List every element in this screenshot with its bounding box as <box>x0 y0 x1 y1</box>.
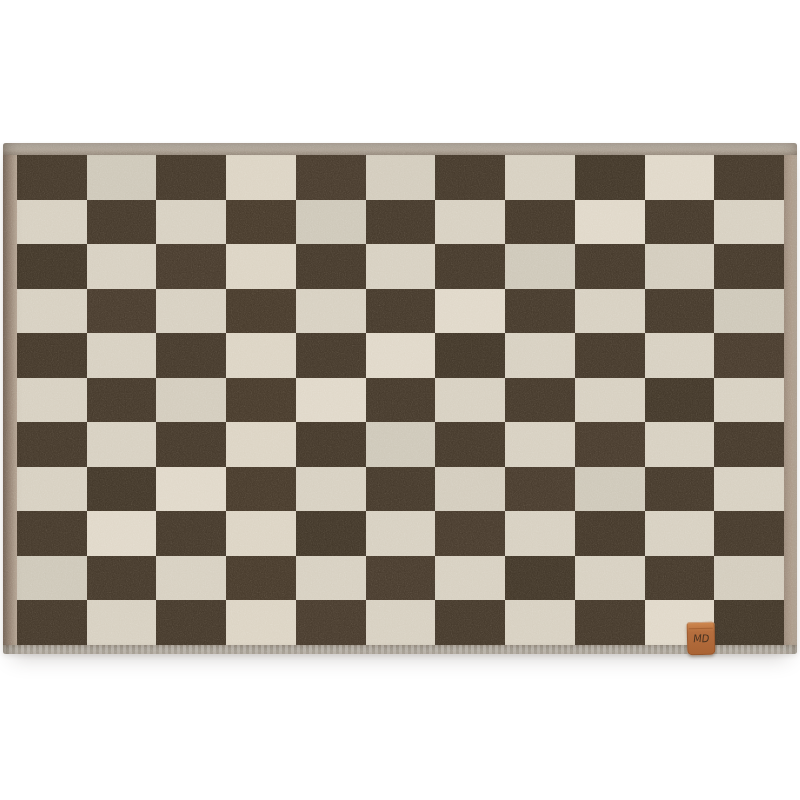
square-r9-c2 <box>87 511 157 556</box>
square-r11-c2 <box>87 600 157 645</box>
square-r2-c10 <box>645 200 715 245</box>
square-r2-c2 <box>87 200 157 245</box>
towel-body <box>3 155 797 645</box>
square-r6-c9 <box>575 378 645 423</box>
square-r10-c5 <box>296 556 366 601</box>
square-r2-c1 <box>17 200 87 245</box>
square-r3-c4 <box>226 244 296 289</box>
square-r4-c5 <box>296 289 366 334</box>
square-r5-c1 <box>17 333 87 378</box>
square-r8-c7 <box>435 467 505 512</box>
square-r10-c8 <box>505 556 575 601</box>
square-r8-c5 <box>296 467 366 512</box>
square-r11-c1 <box>17 600 87 645</box>
square-r8-c2 <box>87 467 157 512</box>
square-r1-c6 <box>366 155 436 200</box>
square-r11-c7 <box>435 600 505 645</box>
square-r1-c1 <box>17 155 87 200</box>
square-r1-c2 <box>87 155 157 200</box>
towel: MD <box>3 143 797 654</box>
square-r5-c11 <box>714 333 784 378</box>
square-r9-c6 <box>366 511 436 556</box>
square-r5-c9 <box>575 333 645 378</box>
square-r5-c4 <box>226 333 296 378</box>
square-r4-c7 <box>435 289 505 334</box>
product-photo: MD <box>0 0 800 800</box>
square-r9-c1 <box>17 511 87 556</box>
square-r7-c1 <box>17 422 87 467</box>
square-r10-c1 <box>17 556 87 601</box>
square-r6-c7 <box>435 378 505 423</box>
square-r10-c4 <box>226 556 296 601</box>
square-r3-c6 <box>366 244 436 289</box>
square-r2-c8 <box>505 200 575 245</box>
square-r11-c9 <box>575 600 645 645</box>
left-binding <box>3 155 17 645</box>
square-r2-c7 <box>435 200 505 245</box>
square-r3-c8 <box>505 244 575 289</box>
square-r8-c10 <box>645 467 715 512</box>
square-r10-c9 <box>575 556 645 601</box>
square-r11-c3 <box>156 600 226 645</box>
square-r4-c1 <box>17 289 87 334</box>
square-r1-c9 <box>575 155 645 200</box>
square-r8-c6 <box>366 467 436 512</box>
md-monogram-icon: MD <box>692 633 710 644</box>
square-r5-c5 <box>296 333 366 378</box>
square-r1-c7 <box>435 155 505 200</box>
square-r3-c1 <box>17 244 87 289</box>
square-r6-c10 <box>645 378 715 423</box>
right-binding <box>784 155 797 645</box>
square-r6-c2 <box>87 378 157 423</box>
square-r6-c8 <box>505 378 575 423</box>
square-r1-c5 <box>296 155 366 200</box>
square-r1-c10 <box>645 155 715 200</box>
square-r11-c8 <box>505 600 575 645</box>
towel-top-hem <box>3 143 797 155</box>
square-r2-c11 <box>714 200 784 245</box>
square-r5-c2 <box>87 333 157 378</box>
square-r8-c3 <box>156 467 226 512</box>
square-r8-c11 <box>714 467 784 512</box>
square-r2-c4 <box>226 200 296 245</box>
square-r10-c6 <box>366 556 436 601</box>
square-r3-c5 <box>296 244 366 289</box>
square-r11-c4 <box>226 600 296 645</box>
square-r3-c10 <box>645 244 715 289</box>
towel-bottom-hem <box>3 645 797 654</box>
square-r9-c4 <box>226 511 296 556</box>
square-r3-c11 <box>714 244 784 289</box>
checkerboard <box>17 155 784 645</box>
square-r9-c5 <box>296 511 366 556</box>
square-r6-c11 <box>714 378 784 423</box>
square-r4-c10 <box>645 289 715 334</box>
square-r2-c6 <box>366 200 436 245</box>
square-r3-c2 <box>87 244 157 289</box>
square-r2-c5 <box>296 200 366 245</box>
square-r3-c7 <box>435 244 505 289</box>
square-r1-c11 <box>714 155 784 200</box>
square-r7-c7 <box>435 422 505 467</box>
square-r7-c11 <box>714 422 784 467</box>
square-r9-c10 <box>645 511 715 556</box>
square-r5-c6 <box>366 333 436 378</box>
square-r5-c3 <box>156 333 226 378</box>
square-r6-c3 <box>156 378 226 423</box>
square-r9-c8 <box>505 511 575 556</box>
square-r1-c8 <box>505 155 575 200</box>
square-r3-c3 <box>156 244 226 289</box>
square-r3-c9 <box>575 244 645 289</box>
square-r9-c11 <box>714 511 784 556</box>
square-r4-c2 <box>87 289 157 334</box>
square-r4-c8 <box>505 289 575 334</box>
square-r4-c6 <box>366 289 436 334</box>
square-r4-c4 <box>226 289 296 334</box>
square-r4-c9 <box>575 289 645 334</box>
square-r8-c1 <box>17 467 87 512</box>
square-r11-c6 <box>366 600 436 645</box>
square-r2-c9 <box>575 200 645 245</box>
square-r10-c2 <box>87 556 157 601</box>
square-r1-c3 <box>156 155 226 200</box>
square-r10-c11 <box>714 556 784 601</box>
square-r8-c9 <box>575 467 645 512</box>
square-r7-c3 <box>156 422 226 467</box>
square-r7-c5 <box>296 422 366 467</box>
square-r5-c10 <box>645 333 715 378</box>
square-r8-c8 <box>505 467 575 512</box>
square-r6-c5 <box>296 378 366 423</box>
square-r7-c2 <box>87 422 157 467</box>
square-r5-c8 <box>505 333 575 378</box>
square-r7-c8 <box>505 422 575 467</box>
square-r11-c11 <box>714 600 784 645</box>
square-r10-c10 <box>645 556 715 601</box>
square-r4-c3 <box>156 289 226 334</box>
square-r11-c5 <box>296 600 366 645</box>
square-r8-c4 <box>226 467 296 512</box>
square-r6-c4 <box>226 378 296 423</box>
square-r7-c6 <box>366 422 436 467</box>
square-r10-c7 <box>435 556 505 601</box>
square-r6-c1 <box>17 378 87 423</box>
square-r10-c3 <box>156 556 226 601</box>
square-r7-c10 <box>645 422 715 467</box>
square-r5-c7 <box>435 333 505 378</box>
square-r7-c4 <box>226 422 296 467</box>
square-r9-c7 <box>435 511 505 556</box>
square-r9-c9 <box>575 511 645 556</box>
square-r1-c4 <box>226 155 296 200</box>
square-r9-c3 <box>156 511 226 556</box>
square-r7-c9 <box>575 422 645 467</box>
square-r4-c11 <box>714 289 784 334</box>
square-r2-c3 <box>156 200 226 245</box>
square-r6-c6 <box>366 378 436 423</box>
brand-tag: MD <box>687 622 716 656</box>
